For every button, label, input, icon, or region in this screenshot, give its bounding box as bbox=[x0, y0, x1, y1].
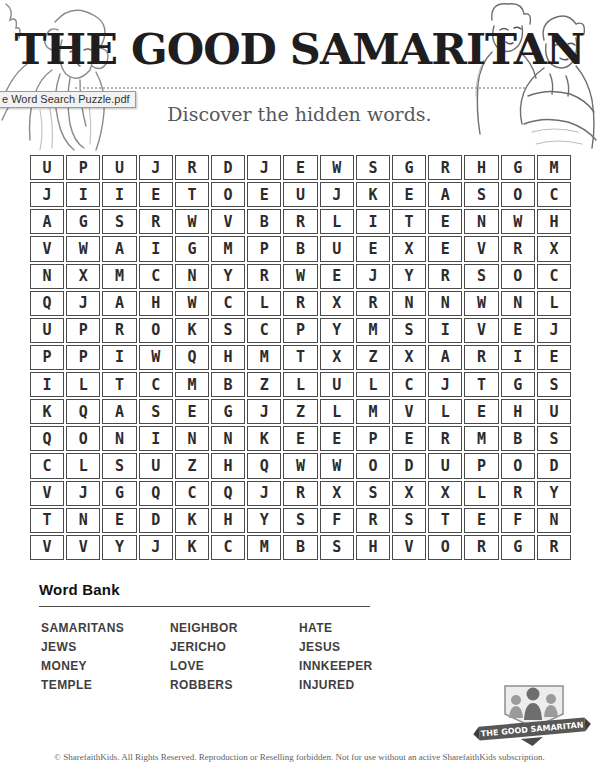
grid-cell-r14c7[interactable]: Y bbox=[247, 508, 281, 533]
grid-cell-r8c4[interactable]: W bbox=[139, 345, 173, 370]
grid-cell-r6c2[interactable]: J bbox=[66, 291, 100, 316]
grid-cell-r12c14[interactable]: O bbox=[501, 453, 535, 478]
grid-cell-r13c13[interactable]: L bbox=[464, 481, 498, 506]
grid-cell-r7c8[interactable]: P bbox=[283, 318, 317, 343]
grid-cell-r14c11[interactable]: S bbox=[392, 508, 426, 533]
grid-cell-r1c4[interactable]: J bbox=[139, 155, 173, 180]
grid-cell-r10c4[interactable]: S bbox=[139, 399, 173, 424]
grid-cell-r4c11[interactable]: X bbox=[392, 236, 426, 261]
grid-cell-r14c4[interactable]: D bbox=[139, 508, 173, 533]
grid-cell-r1c13[interactable]: H bbox=[464, 155, 498, 180]
grid-cell-r4c7[interactable]: P bbox=[247, 236, 281, 261]
grid-cell-r5c5[interactable]: N bbox=[175, 264, 209, 289]
grid-cell-r1c12[interactable]: R bbox=[428, 155, 462, 180]
grid-cell-r5c9[interactable]: E bbox=[320, 264, 354, 289]
grid-cell-r13c14[interactable]: R bbox=[501, 481, 535, 506]
grid-cell-r5c14[interactable]: O bbox=[501, 264, 535, 289]
grid-cell-r3c10[interactable]: I bbox=[356, 209, 390, 234]
grid-cell-r3c4[interactable]: R bbox=[139, 209, 173, 234]
grid-cell-r15c15[interactable]: R bbox=[537, 535, 571, 560]
grid-cell-r2c9[interactable]: J bbox=[320, 182, 354, 207]
grid-cell-r10c14[interactable]: H bbox=[501, 399, 535, 424]
word-bank-word-neighbor: NEIGHBOR bbox=[170, 619, 299, 638]
grid-cell-r15c4[interactable]: J bbox=[139, 535, 173, 560]
grid-cell-r11c4[interactable]: I bbox=[139, 426, 173, 451]
grid-cell-r6c11[interactable]: N bbox=[392, 291, 426, 316]
grid-cell-r12c8[interactable]: W bbox=[283, 453, 317, 478]
grid-cell-r14c3[interactable]: E bbox=[102, 508, 136, 533]
grid-cell-r13c12[interactable]: X bbox=[428, 481, 462, 506]
grid-cell-r3c14[interactable]: W bbox=[501, 209, 535, 234]
grid-cell-r13c4[interactable]: Q bbox=[139, 481, 173, 506]
word-bank-divider bbox=[39, 606, 370, 607]
grid-cell-r9c3[interactable]: T bbox=[102, 372, 136, 397]
grid-cell-r7c11[interactable]: S bbox=[392, 318, 426, 343]
grid-cell-r8c14[interactable]: I bbox=[501, 345, 535, 370]
grid-cell-r11c12[interactable]: R bbox=[428, 426, 462, 451]
grid-cell-r12c10[interactable]: O bbox=[356, 453, 390, 478]
grid-cell-r11c10[interactable]: P bbox=[356, 426, 390, 451]
grid-cell-r15c14[interactable]: G bbox=[501, 535, 535, 560]
grid-cell-r6c12[interactable]: N bbox=[428, 291, 462, 316]
grid-cell-r7c9[interactable]: Y bbox=[320, 318, 354, 343]
grid-cell-r10c7[interactable]: J bbox=[247, 399, 281, 424]
grid-cell-r6c1[interactable]: Q bbox=[30, 291, 64, 316]
grid-cell-r1c5[interactable]: R bbox=[175, 155, 209, 180]
grid-cell-r4c8[interactable]: B bbox=[283, 236, 317, 261]
grid-cell-r1c6[interactable]: D bbox=[211, 155, 245, 180]
grid-cell-r6c13[interactable]: W bbox=[464, 291, 498, 316]
grid-cell-r2c5[interactable]: T bbox=[175, 182, 209, 207]
grid-cell-r7c10[interactable]: M bbox=[356, 318, 390, 343]
grid-cell-r12c4[interactable]: U bbox=[139, 453, 173, 478]
grid-cell-r9c6[interactable]: B bbox=[211, 372, 245, 397]
grid-cell-r6c3[interactable]: A bbox=[102, 291, 136, 316]
grid-cell-r10c11[interactable]: V bbox=[392, 399, 426, 424]
grid-cell-r2c4[interactable]: E bbox=[139, 182, 173, 207]
grid-cell-r3c13[interactable]: N bbox=[464, 209, 498, 234]
grid-cell-r15c12[interactable]: O bbox=[428, 535, 462, 560]
grid-cell-r9c12[interactable]: J bbox=[428, 372, 462, 397]
grid-cell-r8c15[interactable]: E bbox=[537, 345, 571, 370]
grid-cell-r2c14[interactable]: O bbox=[501, 182, 535, 207]
word-bank-word-innkeeper: INNKEEPER bbox=[299, 657, 373, 676]
grid-cell-r4c10[interactable]: E bbox=[356, 236, 390, 261]
grid-cell-r9c13[interactable]: T bbox=[464, 372, 498, 397]
grid-cell-r12c15[interactable]: D bbox=[537, 453, 571, 478]
grid-cell-r8c7[interactable]: M bbox=[247, 345, 281, 370]
grid-cell-r5c10[interactable]: J bbox=[356, 264, 390, 289]
grid-cell-r9c4[interactable]: C bbox=[139, 372, 173, 397]
grid-cell-r11c6[interactable]: N bbox=[211, 426, 245, 451]
grid-cell-r5c4[interactable]: C bbox=[139, 264, 173, 289]
grid-cell-r8c8[interactable]: T bbox=[283, 345, 317, 370]
grid-cell-r14c15[interactable]: N bbox=[537, 508, 571, 533]
grid-cell-r3c15[interactable]: H bbox=[537, 209, 571, 234]
grid-cell-r1c8[interactable]: E bbox=[283, 155, 317, 180]
word-bank-columns: SAMARITANSJEWSMONEYTEMPLENEIGHBORJERICHO… bbox=[41, 619, 373, 695]
grid-cell-r5c7[interactable]: R bbox=[247, 264, 281, 289]
grid-cell-r5c13[interactable]: S bbox=[464, 264, 498, 289]
grid-cell-r4c2[interactable]: W bbox=[66, 236, 100, 261]
grid-cell-r2c2[interactable]: I bbox=[66, 182, 100, 207]
grid-cell-r10c10[interactable]: M bbox=[356, 399, 390, 424]
grid-cell-r6c14[interactable]: N bbox=[501, 291, 535, 316]
grid-cell-r13c2[interactable]: J bbox=[66, 481, 100, 506]
grid-cell-r3c3[interactable]: S bbox=[102, 209, 136, 234]
grid-cell-r11c3[interactable]: N bbox=[102, 426, 136, 451]
grid-cell-r6c8[interactable]: R bbox=[283, 291, 317, 316]
grid-cell-r3c2[interactable]: G bbox=[66, 209, 100, 234]
grid-cell-r9c14[interactable]: G bbox=[501, 372, 535, 397]
grid-cell-r13c7[interactable]: J bbox=[247, 481, 281, 506]
grid-cell-r9c15[interactable]: S bbox=[537, 372, 571, 397]
grid-cell-r7c4[interactable]: O bbox=[139, 318, 173, 343]
grid-cell-r13c11[interactable]: X bbox=[392, 481, 426, 506]
grid-cell-r14c8[interactable]: S bbox=[283, 508, 317, 533]
grid-cell-r9c9[interactable]: U bbox=[320, 372, 354, 397]
grid-cell-r8c1[interactable]: P bbox=[30, 345, 64, 370]
grid-cell-r10c9[interactable]: L bbox=[320, 399, 354, 424]
grid-cell-r9c7[interactable]: Z bbox=[247, 372, 281, 397]
grid-cell-r2c1[interactable]: J bbox=[30, 182, 64, 207]
grid-cell-r10c8[interactable]: Z bbox=[283, 399, 317, 424]
word-bank-word-temple: TEMPLE bbox=[41, 676, 170, 695]
grid-cell-r9c2[interactable]: L bbox=[66, 372, 100, 397]
grid-cell-r12c5[interactable]: Z bbox=[175, 453, 209, 478]
grid-cell-r2c8[interactable]: U bbox=[283, 182, 317, 207]
grid-cell-r4c4[interactable]: I bbox=[139, 236, 173, 261]
grid-cell-r13c8[interactable]: R bbox=[283, 481, 317, 506]
grid-cell-r14c1[interactable]: T bbox=[30, 508, 64, 533]
grid-cell-r8c11[interactable]: X bbox=[392, 345, 426, 370]
grid-cell-r5c8[interactable]: W bbox=[283, 264, 317, 289]
grid-cell-r10c6[interactable]: G bbox=[211, 399, 245, 424]
grid-cell-r10c1[interactable]: K bbox=[30, 399, 64, 424]
grid-cell-r1c7[interactable]: J bbox=[247, 155, 281, 180]
grid-cell-r4c9[interactable]: U bbox=[320, 236, 354, 261]
grid-cell-r7c13[interactable]: V bbox=[464, 318, 498, 343]
word-bank-title: Word Bank bbox=[39, 581, 120, 598]
word-bank-word-jericho: JERICHO bbox=[170, 638, 299, 657]
word-bank-column-1: SAMARITANSJEWSMONEYTEMPLE bbox=[41, 619, 170, 695]
grid-cell-r13c15[interactable]: Y bbox=[537, 481, 571, 506]
grid-cell-r12c12[interactable]: U bbox=[428, 453, 462, 478]
grid-cell-r2c13[interactable]: S bbox=[464, 182, 498, 207]
copyright-footer: © SharefaithKids. All Rights Reserved. R… bbox=[0, 752, 599, 762]
grid-cell-r9c11[interactable]: C bbox=[392, 372, 426, 397]
word-bank-word-jews: JEWS bbox=[41, 638, 170, 657]
grid-cell-r13c6[interactable]: Q bbox=[211, 481, 245, 506]
grid-cell-r12c13[interactable]: P bbox=[464, 453, 498, 478]
grid-cell-r5c11[interactable]: Y bbox=[392, 264, 426, 289]
grid-cell-r14c5[interactable]: K bbox=[175, 508, 209, 533]
grid-cell-r14c12[interactable]: T bbox=[428, 508, 462, 533]
grid-cell-r5c15[interactable]: C bbox=[537, 264, 571, 289]
word-bank-column-2: NEIGHBORJERICHOLOVEROBBERS bbox=[170, 619, 299, 695]
grid-cell-r14c2[interactable]: N bbox=[66, 508, 100, 533]
grid-cell-r4c6[interactable]: M bbox=[211, 236, 245, 261]
grid-cell-r1c14[interactable]: G bbox=[501, 155, 535, 180]
grid-cell-r15c3[interactable]: Y bbox=[102, 535, 136, 560]
grid-cell-r6c9[interactable]: X bbox=[320, 291, 354, 316]
grid-cell-r7c6[interactable]: S bbox=[211, 318, 245, 343]
grid-cell-r13c9[interactable]: X bbox=[320, 481, 354, 506]
grid-cell-r9c10[interactable]: L bbox=[356, 372, 390, 397]
sharefaith-badge-logo: THE GOOD SAMARITAN bbox=[471, 684, 593, 750]
grid-cell-r4c5[interactable]: G bbox=[175, 236, 209, 261]
grid-cell-r4c13[interactable]: V bbox=[464, 236, 498, 261]
word-bank-word-samaritans: SAMARITANS bbox=[41, 619, 170, 638]
grid-cell-r5c3[interactable]: M bbox=[102, 264, 136, 289]
word-search-grid: UPUJRDJEWSGRHGMJIIETOEUJKEASOCAGSRWVBRLI… bbox=[30, 155, 571, 560]
grid-cell-r12c3[interactable]: S bbox=[102, 453, 136, 478]
grid-cell-r10c2[interactable]: Q bbox=[66, 399, 100, 424]
grid-cell-r15c2[interactable]: V bbox=[66, 535, 100, 560]
grid-cell-r7c14[interactable]: E bbox=[501, 318, 535, 343]
word-bank-word-injured: INJURED bbox=[299, 676, 373, 695]
grid-cell-r9c1[interactable]: I bbox=[30, 372, 64, 397]
grid-cell-r13c1[interactable]: V bbox=[30, 481, 64, 506]
grid-cell-r5c12[interactable]: R bbox=[428, 264, 462, 289]
grid-cell-r13c10[interactable]: S bbox=[356, 481, 390, 506]
grid-cell-r15c10[interactable]: H bbox=[356, 535, 390, 560]
worksheet-page: THE GOOD SAMARITAN e Word Search Puzzle.… bbox=[0, 0, 599, 776]
grid-cell-r4c1[interactable]: V bbox=[30, 236, 64, 261]
grid-cell-r1c9[interactable]: W bbox=[320, 155, 354, 180]
grid-cell-r11c15[interactable]: S bbox=[537, 426, 571, 451]
grid-cell-r10c12[interactable]: L bbox=[428, 399, 462, 424]
grid-cell-r8c13[interactable]: R bbox=[464, 345, 498, 370]
grid-cell-r3c12[interactable]: E bbox=[428, 209, 462, 234]
grid-cell-r1c2[interactable]: P bbox=[66, 155, 100, 180]
grid-cell-r14c9[interactable]: F bbox=[320, 508, 354, 533]
grid-cell-r12c6[interactable]: H bbox=[211, 453, 245, 478]
grid-cell-r4c15[interactable]: X bbox=[537, 236, 571, 261]
grid-cell-r15c11[interactable]: V bbox=[392, 535, 426, 560]
grid-cell-r8c2[interactable]: P bbox=[66, 345, 100, 370]
grid-cell-r3c5[interactable]: W bbox=[175, 209, 209, 234]
grid-cell-r15c13[interactable]: R bbox=[464, 535, 498, 560]
grid-cell-r8c5[interactable]: Q bbox=[175, 345, 209, 370]
grid-cell-r1c3[interactable]: U bbox=[102, 155, 136, 180]
grid-cell-r11c13[interactable]: M bbox=[464, 426, 498, 451]
grid-cell-r5c6[interactable]: Y bbox=[211, 264, 245, 289]
word-bank-word-robbers: ROBBERS bbox=[170, 676, 299, 695]
grid-cell-r2c11[interactable]: E bbox=[392, 182, 426, 207]
grid-cell-r15c7[interactable]: M bbox=[247, 535, 281, 560]
grid-cell-r1c15[interactable]: M bbox=[537, 155, 571, 180]
grid-cell-r2c7[interactable]: E bbox=[247, 182, 281, 207]
grid-cell-r7c2[interactable]: P bbox=[66, 318, 100, 343]
grid-cell-r3c1[interactable]: A bbox=[30, 209, 64, 234]
grid-cell-r2c3[interactable]: I bbox=[102, 182, 136, 207]
grid-cell-r1c11[interactable]: G bbox=[392, 155, 426, 180]
grid-cell-r6c15[interactable]: L bbox=[537, 291, 571, 316]
grid-cell-r8c6[interactable]: H bbox=[211, 345, 245, 370]
grid-cell-r7c7[interactable]: C bbox=[247, 318, 281, 343]
grid-cell-r8c3[interactable]: I bbox=[102, 345, 136, 370]
grid-cell-r2c15[interactable]: C bbox=[537, 182, 571, 207]
word-bank-word-money: MONEY bbox=[41, 657, 170, 676]
grid-cell-r15c6[interactable]: C bbox=[211, 535, 245, 560]
grid-cell-r9c8[interactable]: L bbox=[283, 372, 317, 397]
grid-cell-r6c4[interactable]: H bbox=[139, 291, 173, 316]
grid-cell-r11c2[interactable]: O bbox=[66, 426, 100, 451]
grid-cell-r15c1[interactable]: V bbox=[30, 535, 64, 560]
page-title: THE GOOD SAMARITAN bbox=[0, 24, 599, 74]
grid-cell-r12c2[interactable]: L bbox=[66, 453, 100, 478]
grid-cell-r7c5[interactable]: K bbox=[175, 318, 209, 343]
grid-cell-r11c1[interactable]: Q bbox=[30, 426, 64, 451]
grid-cell-r14c13[interactable]: E bbox=[464, 508, 498, 533]
grid-cell-r11c14[interactable]: B bbox=[501, 426, 535, 451]
grid-cell-r13c3[interactable]: G bbox=[102, 481, 136, 506]
grid-cell-r12c9[interactable]: W bbox=[320, 453, 354, 478]
grid-cell-r1c1[interactable]: U bbox=[30, 155, 64, 180]
grid-cell-r12c1[interactable]: C bbox=[30, 453, 64, 478]
grid-cell-r2c12[interactable]: A bbox=[428, 182, 462, 207]
grid-cell-r9c5[interactable]: M bbox=[175, 372, 209, 397]
grid-cell-r11c7[interactable]: K bbox=[247, 426, 281, 451]
grid-cell-r8c10[interactable]: Z bbox=[356, 345, 390, 370]
grid-cell-r7c1[interactable]: U bbox=[30, 318, 64, 343]
grid-cell-r5c1[interactable]: N bbox=[30, 264, 64, 289]
grid-cell-r12c7[interactable]: Q bbox=[247, 453, 281, 478]
grid-cell-r6c5[interactable]: W bbox=[175, 291, 209, 316]
grid-cell-r8c9[interactable]: X bbox=[320, 345, 354, 370]
grid-cell-r11c11[interactable]: E bbox=[392, 426, 426, 451]
grid-cell-r2c6[interactable]: O bbox=[211, 182, 245, 207]
grid-cell-r8c12[interactable]: A bbox=[428, 345, 462, 370]
title-divider bbox=[75, 87, 525, 89]
grid-cell-r14c10[interactable]: R bbox=[356, 508, 390, 533]
grid-cell-r12c11[interactable]: D bbox=[392, 453, 426, 478]
grid-cell-r7c3[interactable]: R bbox=[102, 318, 136, 343]
word-bank-word-jesus: JESUS bbox=[299, 638, 373, 657]
grid-cell-r15c8[interactable]: B bbox=[283, 535, 317, 560]
grid-cell-r11c8[interactable]: E bbox=[283, 426, 317, 451]
grid-cell-r4c14[interactable]: R bbox=[501, 236, 535, 261]
word-bank-word-love: LOVE bbox=[170, 657, 299, 676]
grid-cell-r15c9[interactable]: S bbox=[320, 535, 354, 560]
grid-cell-r7c12[interactable]: I bbox=[428, 318, 462, 343]
grid-cell-r4c3[interactable]: A bbox=[102, 236, 136, 261]
grid-cell-r3c6[interactable]: V bbox=[211, 209, 245, 234]
pdf-filename-tooltip: e Word Search Puzzle.pdf bbox=[0, 91, 136, 108]
grid-cell-r15c5[interactable]: K bbox=[175, 535, 209, 560]
grid-cell-r6c7[interactable]: L bbox=[247, 291, 281, 316]
grid-cell-r3c9[interactable]: L bbox=[320, 209, 354, 234]
grid-cell-r4c12[interactable]: E bbox=[428, 236, 462, 261]
grid-cell-r11c5[interactable]: N bbox=[175, 426, 209, 451]
grid-cell-r6c6[interactable]: C bbox=[211, 291, 245, 316]
grid-cell-r14c6[interactable]: H bbox=[211, 508, 245, 533]
grid-cell-r14c14[interactable]: F bbox=[501, 508, 535, 533]
grid-cell-r2c10[interactable]: K bbox=[356, 182, 390, 207]
grid-cell-r7c15[interactable]: J bbox=[537, 318, 571, 343]
grid-cell-r1c10[interactable]: S bbox=[356, 155, 390, 180]
grid-cell-r10c15[interactable]: U bbox=[537, 399, 571, 424]
grid-cell-r6c10[interactable]: R bbox=[356, 291, 390, 316]
grid-cell-r5c2[interactable]: X bbox=[66, 264, 100, 289]
grid-cell-r11c9[interactable]: E bbox=[320, 426, 354, 451]
word-bank-word-hate: HATE bbox=[299, 619, 373, 638]
grid-cell-r13c5[interactable]: C bbox=[175, 481, 209, 506]
grid-cell-r10c5[interactable]: E bbox=[175, 399, 209, 424]
grid-cell-r3c7[interactable]: B bbox=[247, 209, 281, 234]
grid-cell-r10c3[interactable]: A bbox=[102, 399, 136, 424]
grid-cell-r3c11[interactable]: T bbox=[392, 209, 426, 234]
grid-cell-r10c13[interactable]: E bbox=[464, 399, 498, 424]
grid-cell-r3c8[interactable]: R bbox=[283, 209, 317, 234]
word-bank-column-3: HATEJESUSINNKEEPERINJURED bbox=[299, 619, 373, 695]
